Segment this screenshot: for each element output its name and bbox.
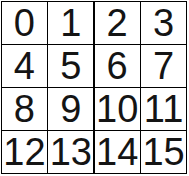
- tile-r1c2[interactable]: 6: [95, 45, 140, 87]
- tile-r3c0[interactable]: 12: [2, 131, 47, 173]
- tile-r0c0[interactable]: 0: [2, 2, 47, 44]
- tile-r3c1[interactable]: 13: [48, 131, 93, 173]
- tile-r2c3[interactable]: 11: [141, 88, 186, 130]
- puzzle-board: 0 1 2 3 4 5 6 7 8 9 10 11 12 13 14 15: [1, 1, 187, 174]
- tile-r1c3[interactable]: 7: [141, 45, 186, 87]
- puzzle-screenshot: 0 1 2 3 4 5 6 7 8 9 10 11 12 13 14 15: [0, 0, 189, 176]
- tile-r0c2[interactable]: 2: [95, 2, 140, 44]
- tile-r2c1[interactable]: 9: [48, 88, 93, 130]
- tile-r2c0[interactable]: 8: [2, 88, 47, 130]
- tile-r0c1[interactable]: 1: [48, 2, 93, 44]
- tile-r1c0[interactable]: 4: [2, 45, 47, 87]
- tile-r0c3[interactable]: 3: [141, 2, 186, 44]
- tile-r3c3[interactable]: 15: [141, 131, 186, 173]
- tile-r2c2[interactable]: 10: [95, 88, 140, 130]
- tile-r3c2[interactable]: 14: [95, 131, 140, 173]
- tile-r1c1[interactable]: 5: [48, 45, 93, 87]
